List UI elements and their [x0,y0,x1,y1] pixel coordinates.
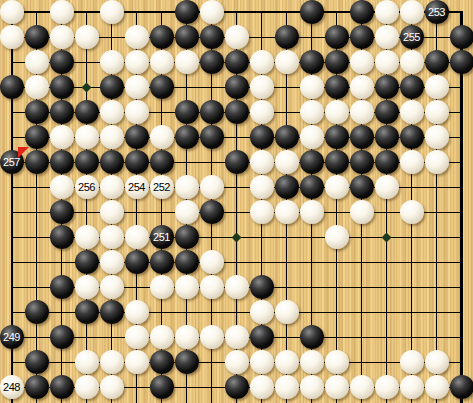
white-stone [325,175,349,199]
black-stone [250,275,274,299]
black-stone [150,250,174,274]
white-stone [200,0,224,24]
white-stone [250,75,274,99]
white-stone [100,275,124,299]
black-stone [350,25,374,49]
white-stone [425,350,449,374]
white-stone [150,275,174,299]
black-stone [425,50,449,74]
black-stone [25,100,49,124]
white-stone [225,325,249,349]
black-stone [25,350,49,374]
black-stone [225,100,249,124]
white-stone [400,150,424,174]
white-stone [325,225,349,249]
black-stone [200,25,224,49]
black-stone [50,200,74,224]
white-stone [250,300,274,324]
black-stone [50,50,74,74]
white-stone [75,275,99,299]
black-stone [350,125,374,149]
white-stone [425,125,449,149]
white-stone [400,350,424,374]
white-stone: 256 [75,175,99,199]
white-stone [50,25,74,49]
white-stone [100,200,124,224]
white-stone [275,375,299,399]
black-stone [375,100,399,124]
white-stone [200,325,224,349]
black-stone [350,175,374,199]
move-number-label: 257 [3,157,20,168]
white-stone [0,25,24,49]
white-stone [300,350,324,374]
black-stone [325,150,349,174]
white-stone [250,150,274,174]
black-stone [200,200,224,224]
white-stone [275,300,299,324]
black-stone [300,0,324,24]
black-stone [175,225,199,249]
black-stone: 251 [150,225,174,249]
black-stone [325,25,349,49]
black-stone [0,75,24,99]
white-stone [225,25,249,49]
black-stone [325,75,349,99]
white-stone [300,200,324,224]
black-stone [100,150,124,174]
white-stone [250,375,274,399]
white-stone [0,0,24,24]
white-stone [325,350,349,374]
black-stone [225,150,249,174]
move-number-label: 249 [3,332,20,343]
white-stone [375,50,399,74]
white-stone [100,350,124,374]
white-stone [50,125,74,149]
black-stone [375,150,399,174]
white-stone [175,200,199,224]
black-stone [325,125,349,149]
black-stone [125,250,149,274]
white-stone [100,225,124,249]
white-stone [100,50,124,74]
white-stone [400,50,424,74]
black-stone [375,125,399,149]
black-stone [175,0,199,24]
white-stone: 254 [125,175,149,199]
white-stone [175,275,199,299]
black-stone [225,375,249,399]
white-stone [125,325,149,349]
black-stone [200,100,224,124]
white-stone [375,0,399,24]
white-stone [100,175,124,199]
white-stone [350,50,374,74]
black-stone [375,75,399,99]
white-stone [175,175,199,199]
black-stone [400,75,424,99]
black-stone [450,375,473,399]
white-stone [425,150,449,174]
go-board[interactable]: 253255257256254252251249248 [0,0,473,403]
white-stone [25,50,49,74]
red-triangle-marker [18,147,29,158]
black-stone [50,325,74,349]
white-stone [75,350,99,374]
white-stone [125,100,149,124]
black-stone [150,350,174,374]
white-stone [125,50,149,74]
black-stone [300,175,324,199]
black-stone: 249 [0,325,24,349]
black-stone [275,175,299,199]
black-stone [150,25,174,49]
black-stone [175,125,199,149]
black-stone [175,25,199,49]
white-stone [400,100,424,124]
black-stone [75,100,99,124]
white-stone [125,75,149,99]
white-stone [150,325,174,349]
white-stone [100,375,124,399]
move-number-label: 254 [128,182,145,193]
white-stone [250,50,274,74]
white-stone [250,350,274,374]
star-point [382,232,392,242]
black-stone [350,0,374,24]
white-stone [75,125,99,149]
move-number-label: 256 [78,182,95,193]
star-point [232,232,242,242]
white-stone [200,275,224,299]
white-stone [375,375,399,399]
black-stone [50,275,74,299]
grid-line-horizontal [11,212,464,213]
black-stone [150,375,174,399]
white-stone [375,175,399,199]
black-stone [450,50,473,74]
white-stone: 248 [0,375,24,399]
black-stone [450,25,473,49]
white-stone [75,375,99,399]
white-stone [300,125,324,149]
black-stone [175,100,199,124]
white-stone [175,325,199,349]
move-number-label: 255 [403,32,420,43]
white-stone [300,375,324,399]
white-stone [200,175,224,199]
white-stone [325,375,349,399]
white-stone [350,100,374,124]
white-stone [125,300,149,324]
white-stone [100,250,124,274]
black-stone [250,325,274,349]
black-stone [150,150,174,174]
white-stone [125,350,149,374]
white-stone [150,50,174,74]
move-number-label: 252 [153,182,170,193]
white-stone [125,25,149,49]
white-stone [350,200,374,224]
white-stone: 252 [150,175,174,199]
black-stone [50,100,74,124]
white-stone [375,25,399,49]
white-stone [200,250,224,274]
black-stone [125,150,149,174]
black-stone [325,50,349,74]
black-stone [225,50,249,74]
black-stone [50,225,74,249]
black-stone [300,50,324,74]
white-stone [400,200,424,224]
white-stone [75,225,99,249]
black-stone [400,125,424,149]
black-stone [150,75,174,99]
white-stone [225,350,249,374]
black-stone [100,75,124,99]
black-stone [275,25,299,49]
white-stone [50,0,74,24]
black-stone [350,150,374,174]
go-app-window: 253255257256254252251249248 [0,0,473,403]
black-stone [250,125,274,149]
black-stone [225,75,249,99]
black-stone [50,75,74,99]
white-stone [50,175,74,199]
white-stone [150,125,174,149]
black-stone: 255 [400,25,424,49]
white-stone [250,200,274,224]
black-stone [200,125,224,149]
move-number-label: 251 [153,232,170,243]
move-number-label: 253 [428,7,445,18]
white-stone [300,100,324,124]
black-stone [25,125,49,149]
white-stone [100,100,124,124]
white-stone [250,175,274,199]
black-stone [300,325,324,349]
black-stone [75,150,99,174]
white-stone [125,225,149,249]
grid-line-vertical [86,11,87,403]
black-stone [125,125,149,149]
white-stone [325,100,349,124]
white-stone [350,75,374,99]
black-stone [100,300,124,324]
white-stone [425,100,449,124]
white-stone [250,100,274,124]
white-stone [350,375,374,399]
white-stone [300,75,324,99]
white-stone [425,375,449,399]
white-stone [400,375,424,399]
white-stone [275,50,299,74]
white-stone [100,125,124,149]
black-stone [175,350,199,374]
black-stone [275,125,299,149]
black-stone [25,25,49,49]
white-stone [225,275,249,299]
white-stone [75,25,99,49]
black-stone [75,250,99,274]
white-stone [400,0,424,24]
white-stone [100,0,124,24]
black-stone [175,250,199,274]
move-number-label: 248 [3,382,20,393]
black-stone [300,150,324,174]
black-stone [25,300,49,324]
black-stone [25,375,49,399]
star-point [82,82,92,92]
black-stone: 253 [425,0,449,24]
black-stone [75,300,99,324]
white-stone [275,150,299,174]
white-stone [425,75,449,99]
white-stone [175,50,199,74]
white-stone [25,75,49,99]
black-stone [50,375,74,399]
white-stone [275,350,299,374]
black-stone [200,50,224,74]
white-stone [275,200,299,224]
black-stone [50,150,74,174]
